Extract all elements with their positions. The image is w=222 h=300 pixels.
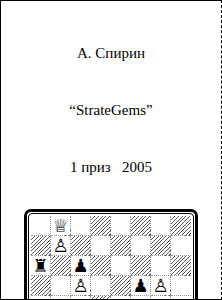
- square-d6: [91, 256, 111, 276]
- square-a5: [31, 276, 51, 296]
- author-line: А. Спирин: [1, 44, 221, 63]
- square-c5: ♙: [71, 276, 91, 296]
- square-g4: [151, 296, 171, 300]
- square-g6: [151, 256, 171, 276]
- square-d5: [91, 276, 111, 296]
- square-e5: [111, 276, 131, 296]
- square-e7: [111, 236, 131, 256]
- square-a6: ♜: [31, 256, 51, 276]
- square-d4: [91, 296, 111, 300]
- board-frame: ♕♙♜♟♙♟♙♟♔♚♘♘♝♙♙♙♟♟♞♟♟♝♗: [24, 209, 198, 300]
- black-pawn-b4: ♟: [51, 296, 69, 300]
- square-c7: [71, 236, 91, 256]
- source-line: “StrateGems”: [1, 101, 221, 120]
- square-f5: ♟: [131, 276, 151, 296]
- square-d7: [91, 236, 111, 256]
- square-h7: [171, 236, 191, 256]
- square-h4: ♘: [171, 296, 191, 300]
- white-pawn-g5: ♙: [151, 276, 169, 295]
- black-rook-a6: ♜: [31, 256, 49, 275]
- square-b7: ♙: [51, 236, 71, 256]
- square-a4: [31, 296, 51, 300]
- square-c6: ♟: [71, 256, 91, 276]
- square-c8: [71, 216, 91, 236]
- square-f4: ♘: [131, 296, 151, 300]
- black-king-e4: ♚: [111, 296, 129, 300]
- white-pawn-c5: ♙: [71, 276, 89, 295]
- white-pawn-b7: ♙: [51, 236, 69, 255]
- square-h5: [171, 276, 191, 296]
- chess-board: ♕♙♜♟♙♟♙♟♔♚♘♘♝♙♙♙♟♟♞♟♟♝♗: [31, 216, 191, 300]
- square-e4: ♚: [111, 296, 131, 300]
- square-b4: ♟: [51, 296, 71, 300]
- white-king-c4: ♔: [71, 296, 89, 300]
- chess-problem-page: { "game": "chess", "header": { "author":…: [0, 0, 222, 300]
- white-knight-f4: ♘: [131, 296, 149, 300]
- square-a8: [31, 216, 51, 236]
- square-h8: [171, 216, 191, 236]
- square-g8: [151, 216, 171, 236]
- award-line: 1 приз 2005: [1, 158, 221, 177]
- diagram-header: А. Спирин “StrateGems” 1 приз 2005: [1, 1, 221, 196]
- square-d8: [91, 216, 111, 236]
- square-h6: [171, 256, 191, 276]
- square-a7: [31, 236, 51, 256]
- black-pawn-c6: ♟: [71, 256, 89, 275]
- board-frame-inner: ♕♙♜♟♙♟♙♟♔♚♘♘♝♙♙♙♟♟♞♟♟♝♗: [28, 213, 194, 300]
- black-pawn-f5: ♟: [131, 276, 149, 295]
- square-f7: [131, 236, 151, 256]
- square-b5: [51, 276, 71, 296]
- square-c4: ♔: [71, 296, 91, 300]
- square-f8: [131, 216, 151, 236]
- white-knight-h4: ♘: [172, 296, 190, 300]
- square-e8: [111, 216, 131, 236]
- square-f6: [131, 256, 151, 276]
- white-queen-b8: ♕: [51, 216, 69, 235]
- square-g5: ♙: [151, 276, 171, 296]
- square-g7: [151, 236, 171, 256]
- square-e6: [111, 256, 131, 276]
- square-b6: [51, 256, 71, 276]
- square-b8: ♕: [51, 216, 71, 236]
